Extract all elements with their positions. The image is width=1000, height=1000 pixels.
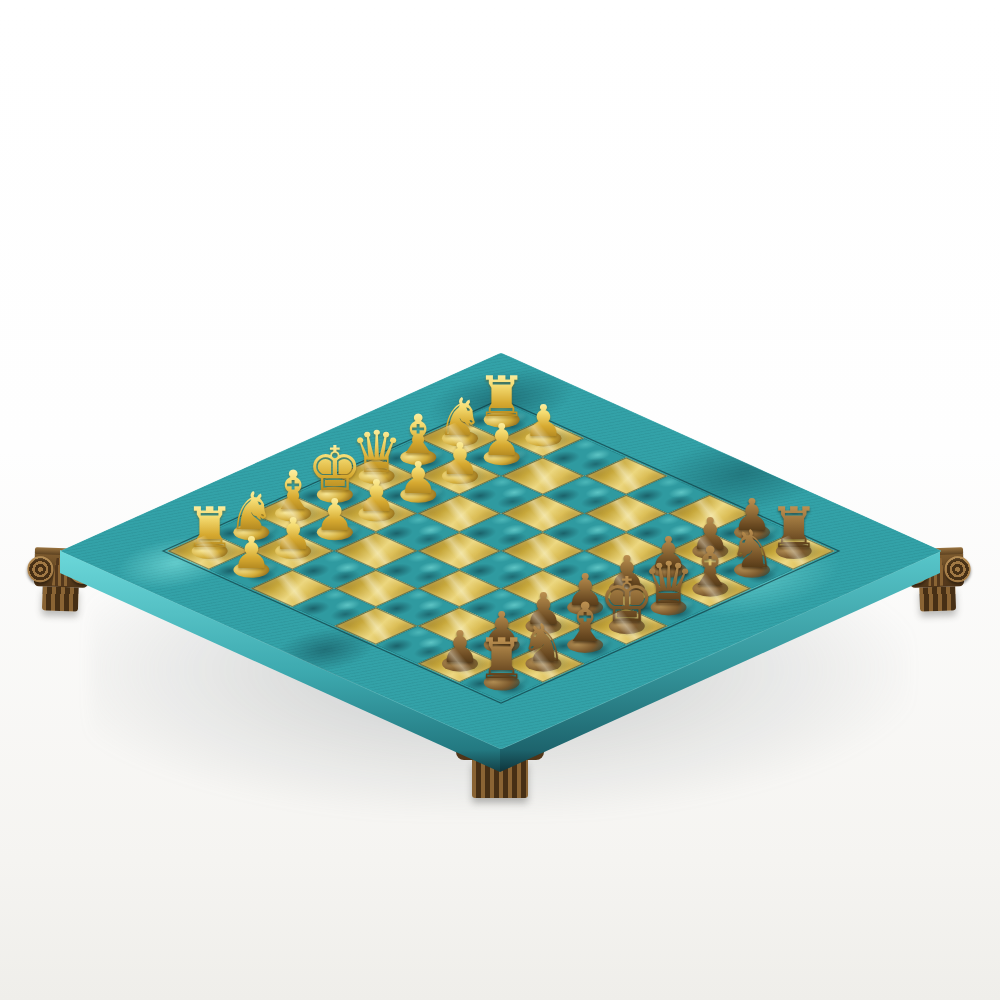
white-pawn: ♟ xyxy=(398,456,437,500)
white-pawn: ♟ xyxy=(481,418,520,462)
piece-base xyxy=(184,540,235,563)
white-pawn: ♟ xyxy=(440,437,479,481)
black-rook: ♜ xyxy=(768,500,818,556)
piece-base xyxy=(434,464,485,487)
piece-base xyxy=(517,427,568,450)
white-pawn: ♟ xyxy=(231,531,270,575)
black-pawn: ♟ xyxy=(440,625,479,669)
white-pawn: ♟ xyxy=(314,493,353,537)
black-knight: ♞ xyxy=(728,523,775,575)
white-rook: ♜ xyxy=(184,500,234,556)
piece-shadow xyxy=(767,537,831,566)
black-bishop: ♝ xyxy=(560,596,608,650)
white-pawn: ♟ xyxy=(523,399,562,443)
piece-base xyxy=(350,502,401,525)
product-photo-scene: ♜♞♝♚♛♝♞♜♟♟♟♟♟♟♟♟♟♟♟♟♟♟♟♟♜♞♝♚♛♝♞♜ xyxy=(0,0,1000,1000)
piece-base xyxy=(267,540,318,563)
black-rook: ♜ xyxy=(476,631,526,687)
white-pawn: ♟ xyxy=(273,512,312,556)
white-pawn: ♟ xyxy=(356,474,395,518)
